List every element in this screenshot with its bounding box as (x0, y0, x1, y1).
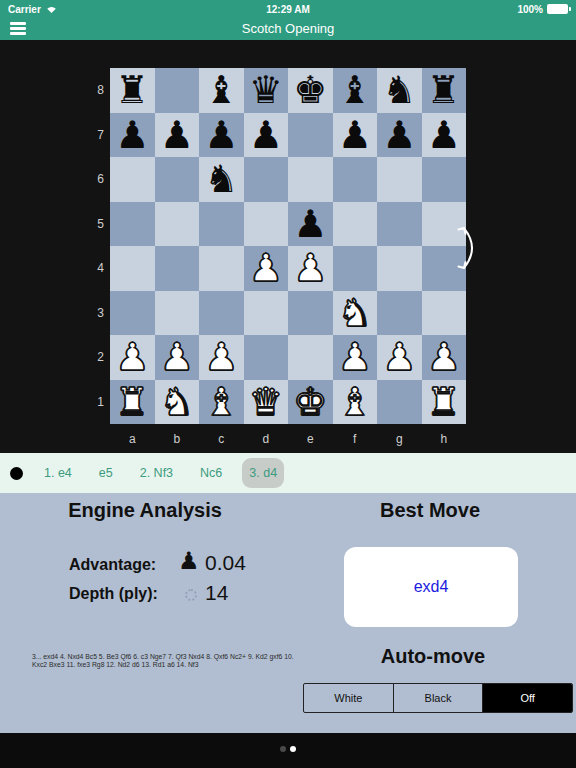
square-c2[interactable]: ♟ (199, 335, 244, 380)
white-rook-piece[interactable]: ♜ (427, 380, 461, 425)
white-pawn-piece[interactable]: ♟ (382, 335, 416, 380)
square-b6[interactable] (155, 157, 200, 202)
square-c7[interactable]: ♟ (199, 113, 244, 158)
black-pawn-piece[interactable]: ♟ (115, 113, 149, 158)
black-knight-piece[interactable]: ♞ (382, 68, 416, 113)
advantage-value: 0.04 (205, 551, 246, 575)
black-bishop-piece[interactable]: ♝ (338, 68, 372, 113)
file-label-a: a (110, 430, 155, 448)
white-pawn-piece[interactable]: ♟ (427, 335, 461, 380)
file-label-d: d (244, 430, 289, 448)
file-label-h: h (422, 430, 467, 448)
page-dot-2[interactable] (290, 746, 296, 752)
auto-move-option-white[interactable]: White (304, 684, 394, 712)
black-pawn-piece[interactable]: ♟ (204, 113, 238, 158)
app-screen: Carrier 12:29 AM 100% Scotch Opening ♜♝♛… (0, 0, 576, 768)
square-g3[interactable] (377, 291, 422, 336)
move-item-1e4[interactable]: 1. e4 (37, 458, 79, 488)
square-d2[interactable] (244, 335, 289, 380)
square-e2[interactable] (288, 335, 333, 380)
square-c8[interactable]: ♝ (199, 68, 244, 113)
square-a2[interactable]: ♟ (110, 335, 155, 380)
white-pawn-piece[interactable]: ♟ (204, 335, 238, 380)
chess-board[interactable]: ♜♝♛♚♝♞♜♟♟♟♟♟♟♟♞♟♟♟♞♟♟♟♟♟♟♜♞♝♛♚♝♜ (110, 68, 466, 424)
white-pawn-piece[interactable]: ♟ (293, 246, 327, 291)
battery-icon (547, 4, 568, 14)
move-item-2Nf3[interactable]: 2. Nf3 (133, 458, 180, 488)
square-d3[interactable] (244, 291, 289, 336)
bottom-bar (0, 733, 576, 768)
square-b5[interactable] (155, 202, 200, 247)
white-pawn-piece[interactable]: ♟ (115, 335, 149, 380)
white-king-piece[interactable]: ♚ (293, 380, 327, 425)
pawn-icon: ♟ (178, 547, 200, 575)
rank-label-3: 3 (88, 291, 104, 336)
black-pawn-piece[interactable]: ♟ (382, 113, 416, 158)
square-f4[interactable] (333, 246, 378, 291)
auto-move-option-black[interactable]: Black (394, 684, 484, 712)
square-g7[interactable]: ♟ (377, 113, 422, 158)
rank-label-1: 1 (88, 380, 104, 425)
move-item-3d4[interactable]: 3. d4 (242, 458, 284, 488)
square-e3[interactable] (288, 291, 333, 336)
square-f5[interactable] (333, 202, 378, 247)
auto-move-segmented-control: WhiteBlackOff (303, 683, 573, 713)
white-knight-piece[interactable]: ♞ (338, 291, 372, 336)
move-list-bar: 1. e4e52. Nf3Nc63. d4 (0, 453, 576, 493)
square-e1[interactable]: ♚ (288, 380, 333, 425)
square-h6[interactable] (422, 157, 467, 202)
best-move-button[interactable]: exd4 (344, 547, 518, 627)
square-f2[interactable]: ♟ (333, 335, 378, 380)
square-a3[interactable] (110, 291, 155, 336)
square-b4[interactable] (155, 246, 200, 291)
square-c4[interactable] (199, 246, 244, 291)
square-d6[interactable] (244, 157, 289, 202)
white-pawn-piece[interactable]: ♟ (249, 246, 283, 291)
square-h7[interactable]: ♟ (422, 113, 467, 158)
square-b3[interactable] (155, 291, 200, 336)
black-king-piece[interactable]: ♚ (293, 68, 327, 113)
square-f8[interactable]: ♝ (333, 68, 378, 113)
advantage-label: Advantage: (69, 556, 156, 574)
square-e4[interactable]: ♟ (288, 246, 333, 291)
file-label-c: c (199, 430, 244, 448)
nav-bar: Scotch Opening (0, 18, 576, 40)
square-a4[interactable] (110, 246, 155, 291)
black-rook-piece[interactable]: ♜ (427, 68, 461, 113)
status-bar: Carrier 12:29 AM 100% (0, 0, 576, 18)
white-pawn-piece[interactable]: ♟ (338, 335, 372, 380)
flip-board-icon[interactable] (456, 220, 482, 276)
white-knight-piece[interactable]: ♞ (160, 380, 194, 425)
square-f3[interactable]: ♞ (333, 291, 378, 336)
square-b1[interactable]: ♞ (155, 380, 200, 425)
board-area: ♜♝♛♚♝♞♜♟♟♟♟♟♟♟♞♟♟♟♞♟♟♟♟♟♟♜♞♝♛♚♝♜ 8765432… (0, 40, 576, 453)
depth-value: 14 (205, 581, 228, 605)
depth-label: Depth (ply): (69, 585, 158, 603)
square-a7[interactable]: ♟ (110, 113, 155, 158)
analysis-panel: Engine Analysis Best Move Advantage: ♟ 0… (0, 493, 576, 733)
black-pawn-piece[interactable]: ♟ (249, 113, 283, 158)
rank-label-5: 5 (88, 202, 104, 247)
square-g2[interactable]: ♟ (377, 335, 422, 380)
square-c1[interactable]: ♝ (199, 380, 244, 425)
black-pawn-piece[interactable]: ♟ (427, 113, 461, 158)
square-c6[interactable]: ♞ (199, 157, 244, 202)
rank-label-8: 8 (88, 68, 104, 113)
page-dot-1[interactable] (280, 746, 286, 752)
square-h3[interactable] (422, 291, 467, 336)
square-d4[interactable]: ♟ (244, 246, 289, 291)
page-title: Scotch Opening (0, 21, 576, 36)
white-bishop-piece[interactable]: ♝ (204, 380, 238, 425)
square-a1[interactable]: ♜ (110, 380, 155, 425)
auto-move-option-off[interactable]: Off (483, 684, 572, 712)
black-bishop-piece[interactable]: ♝ (204, 68, 238, 113)
page-dots (280, 746, 296, 752)
spinner-icon (185, 589, 197, 601)
move-list: 1. e4e52. Nf3Nc63. d4 (37, 458, 284, 488)
black-queen-piece[interactable]: ♛ (249, 68, 283, 113)
square-h2[interactable]: ♟ (422, 335, 467, 380)
black-knight-piece[interactable]: ♞ (204, 157, 238, 202)
clock-time: 12:29 AM (0, 4, 576, 15)
best-move-heading: Best Move (330, 499, 530, 522)
square-f7[interactable]: ♟ (333, 113, 378, 158)
square-d1[interactable]: ♛ (244, 380, 289, 425)
square-b2[interactable]: ♟ (155, 335, 200, 380)
engine-analysis-heading: Engine Analysis (0, 499, 290, 522)
square-d7[interactable]: ♟ (244, 113, 289, 158)
black-pawn-piece[interactable]: ♟ (338, 113, 372, 158)
square-a5[interactable] (110, 202, 155, 247)
file-label-f: f (333, 430, 378, 448)
square-b8[interactable] (155, 68, 200, 113)
square-g6[interactable] (377, 157, 422, 202)
square-a6[interactable] (110, 157, 155, 202)
square-c5[interactable] (199, 202, 244, 247)
square-b7[interactable]: ♟ (155, 113, 200, 158)
square-g4[interactable] (377, 246, 422, 291)
white-pawn-piece[interactable]: ♟ (160, 335, 194, 380)
square-h8[interactable]: ♜ (422, 68, 467, 113)
square-f1[interactable]: ♝ (333, 380, 378, 425)
white-rook-piece[interactable]: ♜ (115, 380, 149, 425)
black-pawn-piece[interactable]: ♟ (160, 113, 194, 158)
square-d5[interactable] (244, 202, 289, 247)
square-e6[interactable] (288, 157, 333, 202)
rank-label-6: 6 (88, 157, 104, 202)
turn-indicator-black (10, 467, 23, 480)
square-a8[interactable]: ♜ (110, 68, 155, 113)
rank-label-2: 2 (88, 335, 104, 380)
square-g8[interactable]: ♞ (377, 68, 422, 113)
square-f6[interactable] (333, 157, 378, 202)
rank-label-4: 4 (88, 246, 104, 291)
square-g1[interactable] (377, 380, 422, 425)
auto-move-heading: Auto-move (333, 645, 533, 668)
move-item-e5[interactable]: e5 (92, 458, 120, 488)
black-pawn-piece[interactable]: ♟ (293, 202, 327, 247)
black-rook-piece[interactable]: ♜ (115, 68, 149, 113)
file-label-b: b (155, 430, 200, 448)
white-queen-piece[interactable]: ♛ (249, 380, 283, 425)
square-g5[interactable] (377, 202, 422, 247)
square-h1[interactable]: ♜ (422, 380, 467, 425)
square-e5[interactable]: ♟ (288, 202, 333, 247)
move-item-Nc6[interactable]: Nc6 (193, 458, 229, 488)
square-e8[interactable]: ♚ (288, 68, 333, 113)
file-label-g: g (377, 430, 422, 448)
white-bishop-piece[interactable]: ♝ (338, 380, 372, 425)
square-d8[interactable]: ♛ (244, 68, 289, 113)
file-label-e: e (288, 430, 333, 448)
engine-line-text: 3... exd4 4. Nxd4 Bc5 5. Be3 Qf6 6. c3 N… (32, 653, 310, 669)
best-move-value: exd4 (414, 578, 449, 596)
square-c3[interactable] (199, 291, 244, 336)
square-e7[interactable] (288, 113, 333, 158)
rank-label-7: 7 (88, 113, 104, 158)
